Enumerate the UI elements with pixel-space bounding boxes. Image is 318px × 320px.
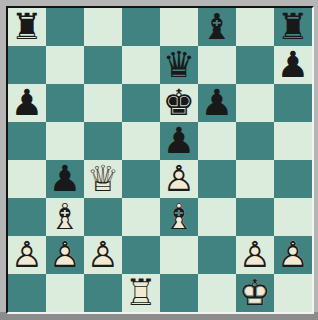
square-d4[interactable] [122,160,160,198]
square-c7[interactable] [84,46,122,84]
piece-glyph-outline: ♙ [8,236,46,274]
square-e1[interactable] [160,274,198,312]
square-a4[interactable] [8,160,46,198]
square-d5[interactable] [122,122,160,160]
square-e3[interactable]: ♝♗ [160,198,198,236]
piece-glyph-outline: ♙ [236,236,274,274]
square-c3[interactable] [84,198,122,236]
piece-glyph-fill: ♟ [160,160,198,198]
piece-black-pawn[interactable]: ♟ [46,160,84,198]
square-h1[interactable] [274,274,312,312]
square-f1[interactable] [198,274,236,312]
square-f2[interactable] [198,236,236,274]
piece-white-king[interactable]: ♚♔ [236,274,274,312]
piece-black-queen[interactable]: ♛ [160,46,198,84]
piece-black-king[interactable]: ♚ [160,84,198,122]
square-c2[interactable]: ♟♙ [84,236,122,274]
square-a1[interactable] [8,274,46,312]
square-g5[interactable] [236,122,274,160]
square-f4[interactable] [198,160,236,198]
square-e4[interactable]: ♟♙ [160,160,198,198]
square-d8[interactable] [122,8,160,46]
piece-glyph-fill: ♛ [160,46,198,84]
square-f3[interactable] [198,198,236,236]
piece-glyph-fill: ♚ [236,274,274,312]
square-a7[interactable] [8,46,46,84]
square-b6[interactable] [46,84,84,122]
square-h8[interactable]: ♜ [274,8,312,46]
square-d1[interactable]: ♜♖ [122,274,160,312]
piece-glyph-outline: ♕ [84,160,122,198]
piece-glyph-outline: ♙ [84,236,122,274]
square-c5[interactable] [84,122,122,160]
piece-glyph-fill: ♟ [274,236,312,274]
square-c4[interactable]: ♛♕ [84,160,122,198]
square-g4[interactable] [236,160,274,198]
square-a8[interactable]: ♜ [8,8,46,46]
square-a2[interactable]: ♟♙ [8,236,46,274]
square-g8[interactable] [236,8,274,46]
square-g1[interactable]: ♚♔ [236,274,274,312]
square-a6[interactable]: ♟ [8,84,46,122]
piece-black-pawn[interactable]: ♟ [8,84,46,122]
piece-glyph-fill: ♟ [46,160,84,198]
piece-glyph-outline: ♙ [274,236,312,274]
square-b1[interactable] [46,274,84,312]
piece-glyph-fill: ♝ [198,8,236,46]
piece-black-rook[interactable]: ♜ [274,8,312,46]
piece-glyph-fill: ♝ [160,198,198,236]
piece-black-pawn[interactable]: ♟ [198,84,236,122]
piece-glyph-outline: ♙ [46,236,84,274]
square-f6[interactable]: ♟ [198,84,236,122]
square-h7[interactable]: ♟ [274,46,312,84]
square-d7[interactable] [122,46,160,84]
piece-white-rook[interactable]: ♜♖ [122,274,160,312]
square-d2[interactable] [122,236,160,274]
square-e5[interactable]: ♟ [160,122,198,160]
square-f5[interactable] [198,122,236,160]
square-e8[interactable] [160,8,198,46]
square-c1[interactable] [84,274,122,312]
piece-glyph-outline: ♖ [122,274,160,312]
piece-glyph-outline: ♗ [46,198,84,236]
piece-glyph-fill: ♝ [46,198,84,236]
piece-white-pawn[interactable]: ♟♙ [236,236,274,274]
piece-glyph-fill: ♜ [274,8,312,46]
square-g7[interactable] [236,46,274,84]
piece-glyph-outline: ♙ [160,160,198,198]
square-d3[interactable] [122,198,160,236]
square-h5[interactable] [274,122,312,160]
square-b3[interactable]: ♝♗ [46,198,84,236]
piece-glyph-fill: ♟ [160,122,198,160]
piece-white-pawn[interactable]: ♟♙ [84,236,122,274]
piece-glyph-fill: ♟ [198,84,236,122]
piece-white-bishop[interactable]: ♝♗ [160,198,198,236]
piece-glyph-fill: ♟ [46,236,84,274]
piece-white-pawn[interactable]: ♟♙ [160,160,198,198]
square-c8[interactable] [84,8,122,46]
square-b5[interactable] [46,122,84,160]
piece-glyph-fill: ♜ [8,8,46,46]
square-a5[interactable] [8,122,46,160]
square-h3[interactable] [274,198,312,236]
square-e2[interactable] [160,236,198,274]
chess-board: ♜♝♜♛♟♟♚♟♟♟♛♕♟♙♝♗♝♗♟♙♟♙♟♙♟♙♟♙♜♖♚♔ [6,6,314,314]
square-h2[interactable]: ♟♙ [274,236,312,274]
piece-glyph-outline: ♔ [236,274,274,312]
square-c6[interactable] [84,84,122,122]
piece-glyph-fill: ♟ [8,236,46,274]
square-g6[interactable] [236,84,274,122]
square-h4[interactable] [274,160,312,198]
piece-glyph-fill: ♟ [236,236,274,274]
square-h6[interactable] [274,84,312,122]
square-b2[interactable]: ♟♙ [46,236,84,274]
piece-white-queen[interactable]: ♛♕ [84,160,122,198]
piece-white-bishop[interactable]: ♝♗ [46,198,84,236]
square-a3[interactable] [8,198,46,236]
piece-white-pawn[interactable]: ♟♙ [274,236,312,274]
piece-black-pawn[interactable]: ♟ [274,46,312,84]
piece-glyph-fill: ♛ [84,160,122,198]
square-e7[interactable]: ♛ [160,46,198,84]
piece-black-rook[interactable]: ♜ [8,8,46,46]
piece-black-pawn[interactable]: ♟ [160,122,198,160]
piece-white-pawn[interactable]: ♟♙ [46,236,84,274]
square-g3[interactable] [236,198,274,236]
board-frame: ♜♝♜♛♟♟♚♟♟♟♛♕♟♙♝♗♝♗♟♙♟♙♟♙♟♙♟♙♜♖♚♔ [0,0,318,320]
piece-glyph-fill: ♚ [160,84,198,122]
square-f8[interactable]: ♝ [198,8,236,46]
piece-glyph-outline: ♗ [160,198,198,236]
piece-black-bishop[interactable]: ♝ [198,8,236,46]
piece-white-pawn[interactable]: ♟♙ [8,236,46,274]
square-b8[interactable] [46,8,84,46]
square-e6[interactable]: ♚ [160,84,198,122]
square-b4[interactable]: ♟ [46,160,84,198]
square-f7[interactable] [198,46,236,84]
piece-glyph-fill: ♟ [274,46,312,84]
square-b7[interactable] [46,46,84,84]
piece-glyph-fill: ♟ [8,84,46,122]
square-g2[interactable]: ♟♙ [236,236,274,274]
square-d6[interactable] [122,84,160,122]
piece-glyph-fill: ♜ [122,274,160,312]
piece-glyph-fill: ♟ [84,236,122,274]
